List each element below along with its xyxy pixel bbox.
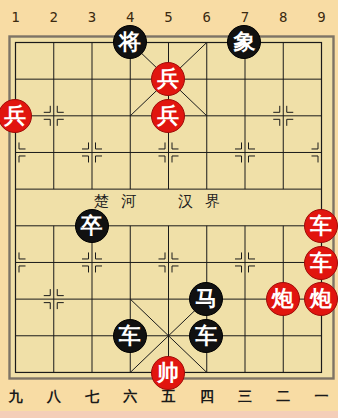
file-label-top-3: 3 bbox=[81, 9, 103, 25]
piece-red-chariot[interactable]: 车 bbox=[304, 246, 338, 280]
piece-red-chariot[interactable]: 车 bbox=[304, 209, 338, 243]
piece-red-general[interactable]: 帅 bbox=[151, 356, 185, 390]
piece-black-chariot[interactable]: 车 bbox=[189, 319, 223, 353]
file-label-bottom-6: 四 bbox=[196, 389, 218, 405]
file-label-top-5: 5 bbox=[158, 9, 180, 25]
file-label-bottom-4: 六 bbox=[119, 389, 141, 405]
board-intersections-grid[interactable]: 将象兵兵兵卒车车马炮炮车车帅 bbox=[0, 24, 338, 391]
piece-black-chariot[interactable]: 车 bbox=[113, 319, 147, 353]
piece-red-cannon[interactable]: 炮 bbox=[266, 282, 300, 316]
xiangqi-board: 123456789 九八七六五四三二一 楚河 汉界 将象兵兵兵卒车车马炮炮车车帅 bbox=[0, 0, 338, 418]
file-label-bottom-3: 七 bbox=[81, 389, 103, 405]
piece-red-soldier[interactable]: 兵 bbox=[151, 99, 185, 133]
file-label-top-6: 6 bbox=[196, 9, 218, 25]
piece-red-soldier[interactable]: 兵 bbox=[151, 62, 185, 96]
file-label-top-1: 1 bbox=[5, 9, 27, 25]
file-label-top-4: 4 bbox=[119, 9, 141, 25]
file-label-top-8: 8 bbox=[272, 9, 294, 25]
file-label-top-2: 2 bbox=[43, 9, 65, 25]
piece-black-soldier[interactable]: 卒 bbox=[75, 209, 109, 243]
file-label-bottom-7: 三 bbox=[234, 389, 256, 405]
file-label-top-7: 7 bbox=[234, 9, 256, 25]
file-label-bottom-5: 五 bbox=[158, 389, 180, 405]
file-label-bottom-8: 二 bbox=[272, 389, 294, 405]
file-label-bottom-9: 一 bbox=[311, 389, 333, 405]
file-label-bottom-2: 八 bbox=[43, 389, 65, 405]
piece-black-elephant[interactable]: 象 bbox=[227, 25, 261, 59]
file-label-top-9: 9 bbox=[311, 9, 333, 25]
piece-black-general[interactable]: 将 bbox=[113, 25, 147, 59]
piece-black-horse[interactable]: 马 bbox=[189, 282, 223, 316]
file-label-bottom-1: 九 bbox=[5, 389, 27, 405]
piece-red-soldier[interactable]: 兵 bbox=[0, 99, 32, 133]
piece-red-cannon[interactable]: 炮 bbox=[304, 282, 338, 316]
bottom-margin-strip bbox=[0, 411, 338, 418]
